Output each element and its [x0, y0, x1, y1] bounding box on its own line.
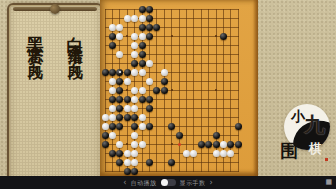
- black-stone: [124, 114, 131, 121]
- black-stone: [109, 42, 116, 49]
- white-stone: [116, 33, 123, 40]
- white-stone: [102, 123, 109, 130]
- black-stone: [227, 141, 234, 148]
- prev-move-button[interactable]: ‹: [123, 179, 126, 187]
- black-stone: [139, 51, 146, 58]
- black-stone: [198, 141, 205, 148]
- white-player-rank: 九段: [68, 51, 83, 55]
- scroll-knob: [50, 4, 60, 14]
- white-stone: [139, 33, 146, 40]
- black-stone: [116, 87, 123, 94]
- black-stone: [116, 159, 123, 166]
- grid-line-v: [186, 9, 187, 172]
- black-stone: [139, 24, 146, 31]
- black-stone: [109, 96, 116, 103]
- white-stone: [139, 15, 146, 22]
- white-stone: [131, 96, 138, 103]
- white-stone: [139, 123, 146, 130]
- grid-apps-icon[interactable]: ▦: [325, 179, 332, 186]
- black-stone: [116, 96, 123, 103]
- black-stone: [176, 132, 183, 139]
- move-count-label: 显示手数: [180, 180, 206, 186]
- white-stone: [131, 15, 138, 22]
- white-player-column: 白 李维清 九段: [67, 19, 84, 173]
- white-stone: [183, 150, 190, 157]
- white-stone: [131, 132, 138, 139]
- black-stone: [235, 141, 242, 148]
- white-player-name: 李维清: [68, 33, 83, 39]
- white-stone: [116, 141, 123, 148]
- white-stone: [131, 87, 138, 94]
- black-stone: [139, 60, 146, 67]
- grid-line-v: [193, 9, 194, 172]
- white-stone: [161, 69, 168, 76]
- white-stone: [139, 87, 146, 94]
- black-stone: [146, 123, 153, 130]
- white-stone: [139, 141, 146, 148]
- black-stone: [153, 87, 160, 94]
- black-stone: [109, 33, 116, 40]
- black-stone: [146, 24, 153, 31]
- grid-line-v: [179, 9, 180, 172]
- black-stone: [146, 105, 153, 112]
- logo-char-jiu: 九: [304, 114, 325, 135]
- black-stone: [131, 60, 138, 67]
- black-stone: [102, 69, 109, 76]
- black-stone: [131, 123, 138, 130]
- black-stone: [124, 168, 131, 175]
- star-point: [126, 35, 128, 37]
- black-stone: [161, 78, 168, 85]
- black-stone: [116, 114, 123, 121]
- white-stone: [139, 114, 146, 121]
- black-stone: [109, 69, 116, 76]
- logo-char-qi: 棋: [309, 142, 322, 155]
- player-control-bar: ‹ 自动播放 显示手数 › ▦: [0, 176, 336, 189]
- white-stone: [220, 150, 227, 157]
- black-player-column: 黑 李志贤 九段: [27, 19, 44, 173]
- white-stone: [109, 114, 116, 121]
- white-stone: [131, 105, 138, 112]
- white-stone: [227, 150, 234, 157]
- black-stone: [131, 168, 138, 175]
- black-stone: [146, 96, 153, 103]
- video-frame: 黑 李志贤 九段 白 李维清 九段 小 九 围 棋 ‹ 自动播放 显示手数: [0, 0, 336, 189]
- channel-logo: 小 九 围 棋: [280, 96, 334, 174]
- white-stone: [131, 51, 138, 58]
- go-board[interactable]: [100, 0, 258, 176]
- toggle-knob-icon: [161, 179, 168, 186]
- black-stone: [124, 69, 131, 76]
- star-point: [126, 143, 128, 145]
- black-stone: [139, 42, 146, 49]
- star-point: [171, 143, 173, 145]
- logo-red-seal: [325, 158, 328, 161]
- black-stone: [220, 33, 227, 40]
- black-stone: [116, 123, 123, 130]
- black-stone: [146, 159, 153, 166]
- black-stone: [168, 123, 175, 130]
- autoplay-toggle[interactable]: [161, 179, 176, 186]
- white-stone: [131, 42, 138, 49]
- white-stone: [109, 105, 116, 112]
- black-stone: [146, 6, 153, 13]
- black-stone: [124, 96, 131, 103]
- white-stone: [124, 105, 131, 112]
- white-stone: [109, 78, 116, 85]
- white-stone: [213, 150, 220, 157]
- white-stone: [146, 60, 153, 67]
- star-point: [215, 89, 217, 91]
- white-stone: [146, 78, 153, 85]
- black-stone: [139, 96, 146, 103]
- black-stone: [146, 15, 153, 22]
- black-player-rank: 九段: [28, 51, 43, 55]
- white-stone: [190, 150, 197, 157]
- white-stone: [124, 15, 131, 22]
- black-stone: [116, 105, 123, 112]
- white-stone: [116, 24, 123, 31]
- black-stone: [131, 114, 138, 121]
- white-stone: [131, 159, 138, 166]
- white-stone: [139, 69, 146, 76]
- white-stone: [131, 150, 138, 157]
- white-stone: [109, 132, 116, 139]
- white-stone: [131, 33, 138, 40]
- white-stone: [109, 24, 116, 31]
- white-stone: [124, 150, 131, 157]
- white-stone: [131, 141, 138, 148]
- white-stone: [124, 78, 131, 85]
- star-point: [171, 35, 173, 37]
- next-move-button[interactable]: ›: [210, 179, 213, 187]
- logo-char-xiao: 小: [291, 109, 305, 123]
- autoplay-label: 自动播放: [131, 180, 157, 186]
- star-point: [171, 89, 173, 91]
- black-stone: [213, 141, 220, 148]
- black-stone: [168, 159, 175, 166]
- black-stone: [116, 78, 123, 85]
- star-point: [215, 35, 217, 37]
- black-stone: [153, 24, 160, 31]
- black-player-name: 李志贤: [28, 33, 43, 39]
- black-stone: [109, 150, 116, 157]
- black-stone: [109, 123, 116, 130]
- white-stone: [116, 51, 123, 58]
- black-stone: [146, 33, 153, 40]
- black-stone: [205, 141, 212, 148]
- white-stone: [102, 114, 109, 121]
- white-stone: [124, 159, 131, 166]
- black-stone: [102, 132, 109, 139]
- white-stone: [220, 141, 227, 148]
- white-stone: [131, 69, 138, 76]
- black-stone: [116, 150, 123, 157]
- black-stone: [102, 141, 109, 148]
- black-stone: [235, 123, 242, 130]
- black-stone: [139, 6, 146, 13]
- white-stone: [109, 87, 116, 94]
- red-marker: [178, 143, 181, 146]
- last-move-marker: [119, 71, 121, 73]
- player-name-scroll: 黑 李志贤 九段 白 李维清 九段: [7, 3, 103, 187]
- star-point: [126, 89, 128, 91]
- logo-char-wei: 围: [280, 142, 298, 160]
- black-stone: [213, 132, 220, 139]
- black-stone: [161, 87, 168, 94]
